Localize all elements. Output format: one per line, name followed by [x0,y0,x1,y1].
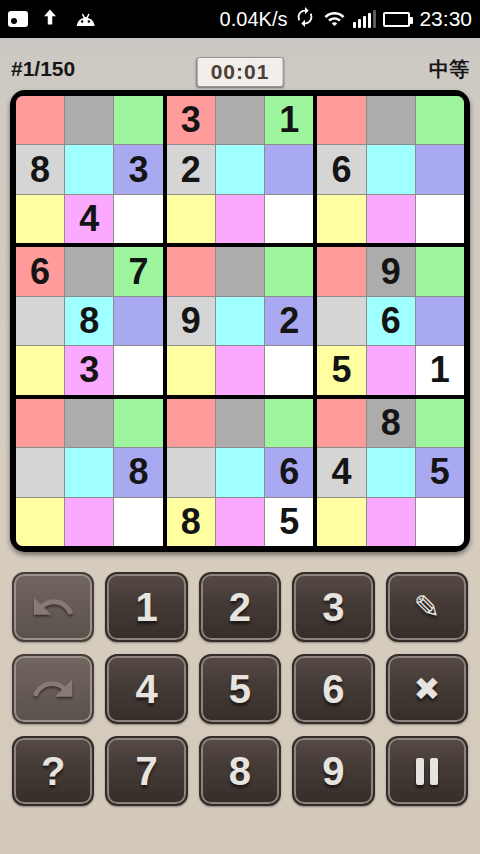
cell-r9c2[interactable] [65,498,113,546]
key-2[interactable]: 2 [199,572,281,642]
cell-r2c4[interactable]: 2 [167,145,215,193]
cell-r3c1[interactable] [16,195,64,243]
pause-button[interactable] [386,736,468,806]
cell-r3c7[interactable] [317,195,365,243]
cell-r5c2[interactable]: 8 [65,297,113,345]
cell-r2c5[interactable] [216,145,264,193]
cell-r1c1[interactable] [16,96,64,144]
pencil-button[interactable]: ✎ [386,572,468,642]
pause-icon [416,758,438,785]
cell-r9c8[interactable] [367,498,415,546]
battery-icon [383,12,410,27]
redo-arrow-icon [30,666,76,712]
cell-r1c4[interactable]: 3 [167,96,215,144]
cell-r6c3[interactable] [114,346,162,394]
undo-arrow-icon [30,584,76,630]
cell-r9c3[interactable] [114,498,162,546]
cell-r4c6[interactable] [265,247,313,295]
cell-r8c6[interactable]: 6 [265,448,313,496]
cell-r8c2[interactable] [65,448,113,496]
cell-r8c5[interactable] [216,448,264,496]
app-screen: 0.04K/s 23:30 #1/150 00:01 中等 8343126678… [0,0,480,854]
cell-r7c7[interactable] [317,399,365,447]
wifi-icon [323,8,346,31]
cell-r1c6[interactable]: 1 [265,96,313,144]
cell-r4c2[interactable] [65,247,113,295]
key-3[interactable]: 3 [292,572,374,642]
cell-r2c9[interactable] [416,145,464,193]
cell-r5c5[interactable] [216,297,264,345]
cell-r7c9[interactable] [416,399,464,447]
block-1-0: 6783 [16,247,163,394]
cell-r9c1[interactable] [16,498,64,546]
block-1-2: 9651 [317,247,464,394]
key-7[interactable]: 7 [105,736,187,806]
cell-r2c7[interactable]: 6 [317,145,365,193]
cell-r3c2[interactable]: 4 [65,195,113,243]
block-2-1: 685 [167,399,314,546]
sudoku-board: 834312667839296518685845 [10,90,470,552]
hint-button[interactable]: ? [12,736,94,806]
cell-r9c7[interactable] [317,498,365,546]
cell-r5c7[interactable] [317,297,365,345]
cell-r6c9[interactable]: 1 [416,346,464,394]
cell-r1c7[interactable] [317,96,365,144]
difficulty-label: 中等 [429,56,469,83]
net-speed: 0.04K/s [220,8,288,31]
cell-r3c8[interactable] [367,195,415,243]
cell-r5c1[interactable] [16,297,64,345]
cell-r7c2[interactable] [65,399,113,447]
cell-r6c7[interactable]: 5 [317,346,365,394]
cell-r6c6[interactable] [265,346,313,394]
board-grid: 834312667839296518685845 [16,96,464,546]
cell-r9c4[interactable]: 8 [167,498,215,546]
timer-badge: 00:01 [197,57,284,87]
cell-r4c8[interactable]: 9 [367,247,415,295]
key-1[interactable]: 1 [105,572,187,642]
cell-r4c5[interactable] [216,247,264,295]
cell-r8c3[interactable]: 8 [114,448,162,496]
android-icon [72,8,99,31]
cell-r5c8[interactable]: 6 [367,297,415,345]
cell-r1c2[interactable] [65,96,113,144]
game-header: #1/150 00:01 中等 [0,38,480,90]
cell-r6c8[interactable] [367,346,415,394]
erase-button[interactable]: ✖ [386,654,468,724]
cell-r6c4[interactable] [167,346,215,394]
cell-r1c5[interactable] [216,96,264,144]
cell-r3c4[interactable] [167,195,215,243]
cell-r7c8[interactable]: 8 [367,399,415,447]
cell-r5c9[interactable] [416,297,464,345]
cell-r9c9[interactable] [416,498,464,546]
cell-r5c4[interactable]: 9 [167,297,215,345]
gallery-icon [8,11,28,27]
cell-r8c9[interactable]: 5 [416,448,464,496]
key-9[interactable]: 9 [292,736,374,806]
cell-r5c6[interactable]: 2 [265,297,313,345]
cell-r1c9[interactable] [416,96,464,144]
pencil-icon: ✎ [413,588,440,626]
block-2-2: 845 [317,399,464,546]
block-0-2: 6 [317,96,464,243]
key-4[interactable]: 4 [105,654,187,724]
cell-r7c4[interactable] [167,399,215,447]
cell-r8c8[interactable] [367,448,415,496]
cell-r1c8[interactable] [367,96,415,144]
cell-r8c7[interactable]: 4 [317,448,365,496]
block-0-0: 834 [16,96,163,243]
cell-r2c6[interactable] [265,145,313,193]
cell-r6c1[interactable] [16,346,64,394]
cell-r2c3[interactable]: 3 [114,145,162,193]
keypad: 123✎456✖?789 [12,572,468,806]
cell-r8c1[interactable] [16,448,64,496]
cell-r2c8[interactable] [367,145,415,193]
cell-r4c9[interactable] [416,247,464,295]
cell-r3c6[interactable] [265,195,313,243]
signal-bars-icon [353,10,376,28]
undo-button[interactable] [12,572,94,642]
cell-r9c5[interactable] [216,498,264,546]
cell-r3c5[interactable] [216,195,264,243]
cell-r7c1[interactable] [16,399,64,447]
cell-r2c2[interactable] [65,145,113,193]
key-5[interactable]: 5 [199,654,281,724]
cell-r4c3[interactable]: 7 [114,247,162,295]
cell-r4c1[interactable]: 6 [16,247,64,295]
cell-r3c3[interactable] [114,195,162,243]
cell-r2c1[interactable]: 8 [16,145,64,193]
status-indicators: 0.04K/s 23:30 [220,6,472,32]
redo-button[interactable] [12,654,94,724]
cell-r6c2[interactable]: 3 [65,346,113,394]
cell-r9c6[interactable]: 5 [265,498,313,546]
cell-r7c3[interactable] [114,399,162,447]
sync-icon [294,6,316,32]
cell-r4c7[interactable] [317,247,365,295]
key-8[interactable]: 8 [199,736,281,806]
cell-r8c4[interactable] [167,448,215,496]
key-6[interactable]: 6 [292,654,374,724]
block-1-1: 92 [167,247,314,394]
cell-r6c5[interactable] [216,346,264,394]
block-0-1: 312 [167,96,314,243]
puzzle-counter: #1/150 [11,57,75,81]
upload-arrow-icon [41,7,59,31]
cell-r7c5[interactable] [216,399,264,447]
cell-r4c4[interactable] [167,247,215,295]
cell-r7c6[interactable] [265,399,313,447]
block-2-0: 8 [16,399,163,546]
cell-r3c9[interactable] [416,195,464,243]
clock: 23:30 [419,7,472,31]
cell-r1c3[interactable] [114,96,162,144]
notification-icons [8,7,99,31]
cross-icon: ✖ [413,670,440,708]
cell-r5c3[interactable] [114,297,162,345]
status-bar: 0.04K/s 23:30 [0,0,480,38]
